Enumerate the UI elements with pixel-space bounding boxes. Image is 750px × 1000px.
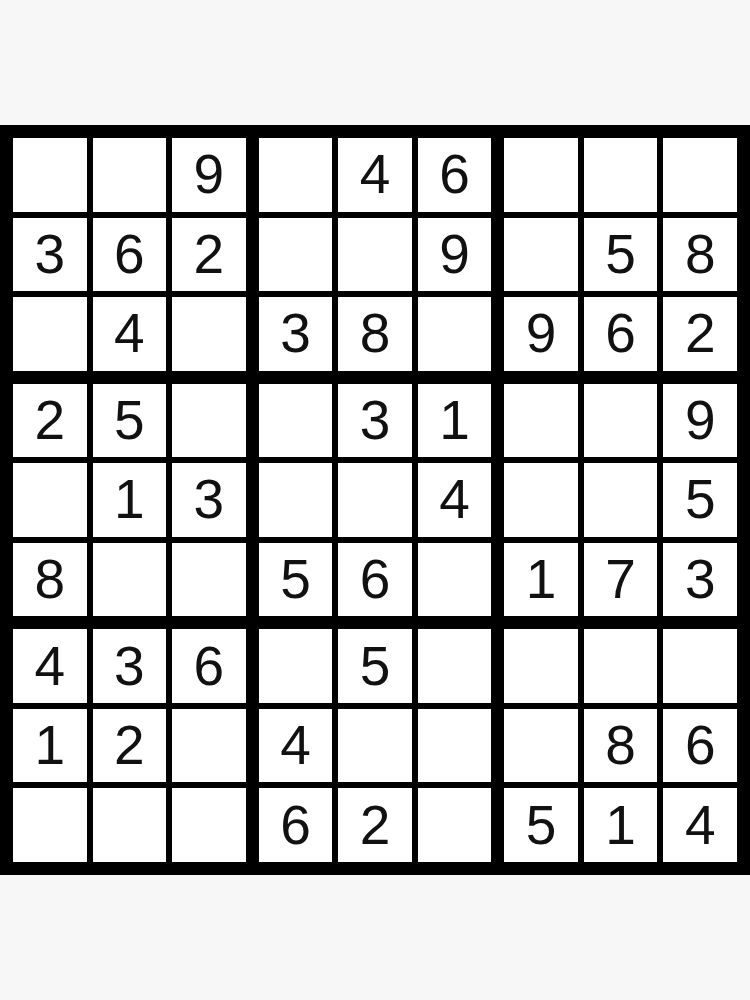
cell-r2c7[interactable] (504, 218, 578, 292)
cell-r2c6[interactable]: 9 (418, 218, 492, 292)
cell-r6c7[interactable]: 1 (504, 543, 578, 617)
cell-r8c5[interactable] (338, 709, 412, 783)
block-r3c1: 4 3 6 1 2 (13, 629, 246, 862)
cell-r8c4[interactable]: 4 (259, 709, 333, 783)
cell-r7c2[interactable]: 3 (93, 629, 167, 703)
cell-r8c1[interactable]: 1 (13, 709, 87, 783)
cell-r2c4[interactable] (259, 218, 333, 292)
cell-r6c1[interactable]: 8 (13, 543, 87, 617)
cell-r2c1[interactable]: 3 (13, 218, 87, 292)
cell-r3c1[interactable] (13, 297, 87, 371)
cell-r3c7[interactable]: 9 (504, 297, 578, 371)
cell-r9c4[interactable]: 6 (259, 788, 333, 862)
cell-r3c2[interactable]: 4 (93, 297, 167, 371)
cell-r8c8[interactable]: 8 (584, 709, 658, 783)
cell-r5c9[interactable]: 5 (663, 463, 737, 537)
block-r1c2: 4 6 9 3 8 (259, 138, 492, 371)
cell-r6c4[interactable]: 5 (259, 543, 333, 617)
cell-r9c7[interactable]: 5 (504, 788, 578, 862)
cell-r4c9[interactable]: 9 (663, 384, 737, 458)
cell-r2c2[interactable]: 6 (93, 218, 167, 292)
cell-r2c9[interactable]: 8 (663, 218, 737, 292)
block-r1c3: 5 8 9 6 2 (504, 138, 737, 371)
cell-r8c6[interactable] (418, 709, 492, 783)
cell-r3c9[interactable]: 2 (663, 297, 737, 371)
cell-r7c1[interactable]: 4 (13, 629, 87, 703)
cell-r5c6[interactable]: 4 (418, 463, 492, 537)
cell-r9c6[interactable] (418, 788, 492, 862)
cell-r7c8[interactable] (584, 629, 658, 703)
cell-r4c3[interactable] (172, 384, 246, 458)
cell-r5c4[interactable] (259, 463, 333, 537)
cell-r9c3[interactable] (172, 788, 246, 862)
cell-r1c9[interactable] (663, 138, 737, 212)
cell-r9c2[interactable] (93, 788, 167, 862)
cell-r4c8[interactable] (584, 384, 658, 458)
cell-r7c5[interactable]: 5 (338, 629, 412, 703)
cell-r3c4[interactable]: 3 (259, 297, 333, 371)
cell-r1c1[interactable] (13, 138, 87, 212)
cell-r7c4[interactable] (259, 629, 333, 703)
block-r3c3: 8 6 5 1 4 (504, 629, 737, 862)
cell-r6c6[interactable] (418, 543, 492, 617)
cell-r2c8[interactable]: 5 (584, 218, 658, 292)
cell-r7c6[interactable] (418, 629, 492, 703)
cell-r8c3[interactable] (172, 709, 246, 783)
cell-r5c2[interactable]: 1 (93, 463, 167, 537)
sudoku-board: 9 3 6 2 4 4 6 9 3 8 5 8 9 6 (0, 125, 750, 875)
page-canvas: 9 3 6 2 4 4 6 9 3 8 5 8 9 6 (0, 0, 750, 1000)
cell-r6c8[interactable]: 7 (584, 543, 658, 617)
cell-r4c6[interactable]: 1 (418, 384, 492, 458)
cell-r3c6[interactable] (418, 297, 492, 371)
cell-r6c2[interactable] (93, 543, 167, 617)
block-r1c1: 9 3 6 2 4 (13, 138, 246, 371)
block-r2c3: 9 5 1 7 3 (504, 384, 737, 617)
cell-r8c2[interactable]: 2 (93, 709, 167, 783)
cell-r1c5[interactable]: 4 (338, 138, 412, 212)
cell-r4c2[interactable]: 5 (93, 384, 167, 458)
cell-r2c3[interactable]: 2 (172, 218, 246, 292)
cell-r4c4[interactable] (259, 384, 333, 458)
cell-r1c8[interactable] (584, 138, 658, 212)
cell-r9c1[interactable] (13, 788, 87, 862)
cell-r8c7[interactable] (504, 709, 578, 783)
cell-r6c5[interactable]: 6 (338, 543, 412, 617)
cell-r1c2[interactable] (93, 138, 167, 212)
cell-r6c3[interactable] (172, 543, 246, 617)
cell-r1c3[interactable]: 9 (172, 138, 246, 212)
cell-r1c4[interactable] (259, 138, 333, 212)
cell-r5c1[interactable] (13, 463, 87, 537)
cell-r5c3[interactable]: 3 (172, 463, 246, 537)
cell-r6c9[interactable]: 3 (663, 543, 737, 617)
cell-r3c3[interactable] (172, 297, 246, 371)
block-r2c2: 3 1 4 5 6 (259, 384, 492, 617)
cell-r7c7[interactable] (504, 629, 578, 703)
cell-r3c8[interactable]: 6 (584, 297, 658, 371)
cell-r5c5[interactable] (338, 463, 412, 537)
cell-r5c7[interactable] (504, 463, 578, 537)
cell-r9c9[interactable]: 4 (663, 788, 737, 862)
cell-r7c3[interactable]: 6 (172, 629, 246, 703)
cell-r4c7[interactable] (504, 384, 578, 458)
cell-r4c5[interactable]: 3 (338, 384, 412, 458)
cell-r9c5[interactable]: 2 (338, 788, 412, 862)
cell-r9c8[interactable]: 1 (584, 788, 658, 862)
cell-r3c5[interactable]: 8 (338, 297, 412, 371)
block-r2c1: 2 5 1 3 8 (13, 384, 246, 617)
block-r3c2: 5 4 6 2 (259, 629, 492, 862)
cell-r7c9[interactable] (663, 629, 737, 703)
cell-r8c9[interactable]: 6 (663, 709, 737, 783)
cell-r5c8[interactable] (584, 463, 658, 537)
cell-r1c6[interactable]: 6 (418, 138, 492, 212)
cell-r2c5[interactable] (338, 218, 412, 292)
cell-r4c1[interactable]: 2 (13, 384, 87, 458)
cell-r1c7[interactable] (504, 138, 578, 212)
